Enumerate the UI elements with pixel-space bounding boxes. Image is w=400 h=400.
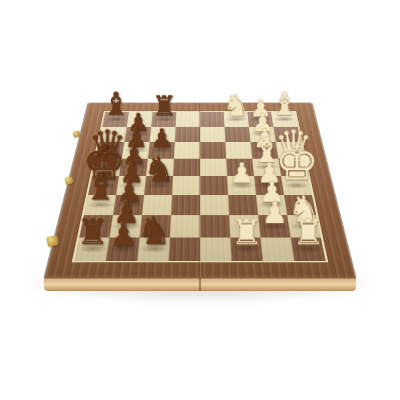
black-bishop-glyph: ♝ bbox=[83, 169, 116, 206]
black-knight-glyph: ♞ bbox=[136, 211, 171, 250]
black-rook-glyph: ♜ bbox=[76, 215, 108, 250]
white-rook-glyph: ♜ bbox=[230, 215, 262, 250]
product-photo-chess-set: ♝♜♞♟♝♟♟♟♟♟♛♟♝♛♚♟♞♟♟♚♝♟♟♟♟♞♜♟♞♜♜ bbox=[0, 0, 400, 400]
square-a7 bbox=[127, 112, 153, 126]
square-c4 bbox=[200, 142, 226, 158]
square-b6 bbox=[150, 126, 176, 141]
square-a4 bbox=[200, 112, 224, 126]
square-b4 bbox=[200, 126, 225, 141]
square-d5 bbox=[173, 158, 200, 176]
perspective-scene: ♝♜♞♟♝♟♟♟♟♟♛♟♝♛♚♟♞♟♟♚♝♟♟♟♟♞♜♟♞♜♜ bbox=[0, 0, 400, 400]
square-a2 bbox=[247, 112, 273, 126]
square-a3 bbox=[224, 112, 249, 126]
square-c5 bbox=[174, 142, 200, 158]
white-pawn-glyph: ♟ bbox=[229, 159, 254, 187]
square-b5 bbox=[175, 126, 200, 141]
white-rook-glyph: ♜ bbox=[292, 215, 324, 250]
square-c3 bbox=[225, 142, 252, 158]
white-pawn-glyph: ♟ bbox=[261, 198, 288, 228]
square-a8 bbox=[102, 112, 129, 126]
black-pawn-glyph: ♟ bbox=[109, 219, 137, 250]
chess-board: ♝♜♞♟♝♟♟♟♟♟♛♟♝♛♚♟♞♟♟♚♝♟♟♟♟♞♜♟♞♜♜ bbox=[45, 103, 356, 278]
black-knight-glyph: ♞ bbox=[143, 152, 174, 187]
square-a6 bbox=[151, 112, 176, 126]
square-a1 bbox=[271, 112, 298, 126]
square-a5 bbox=[176, 112, 200, 126]
square-b3 bbox=[224, 126, 250, 141]
square-d4 bbox=[200, 158, 227, 176]
square-b2 bbox=[249, 126, 276, 141]
square-b7 bbox=[124, 126, 151, 141]
